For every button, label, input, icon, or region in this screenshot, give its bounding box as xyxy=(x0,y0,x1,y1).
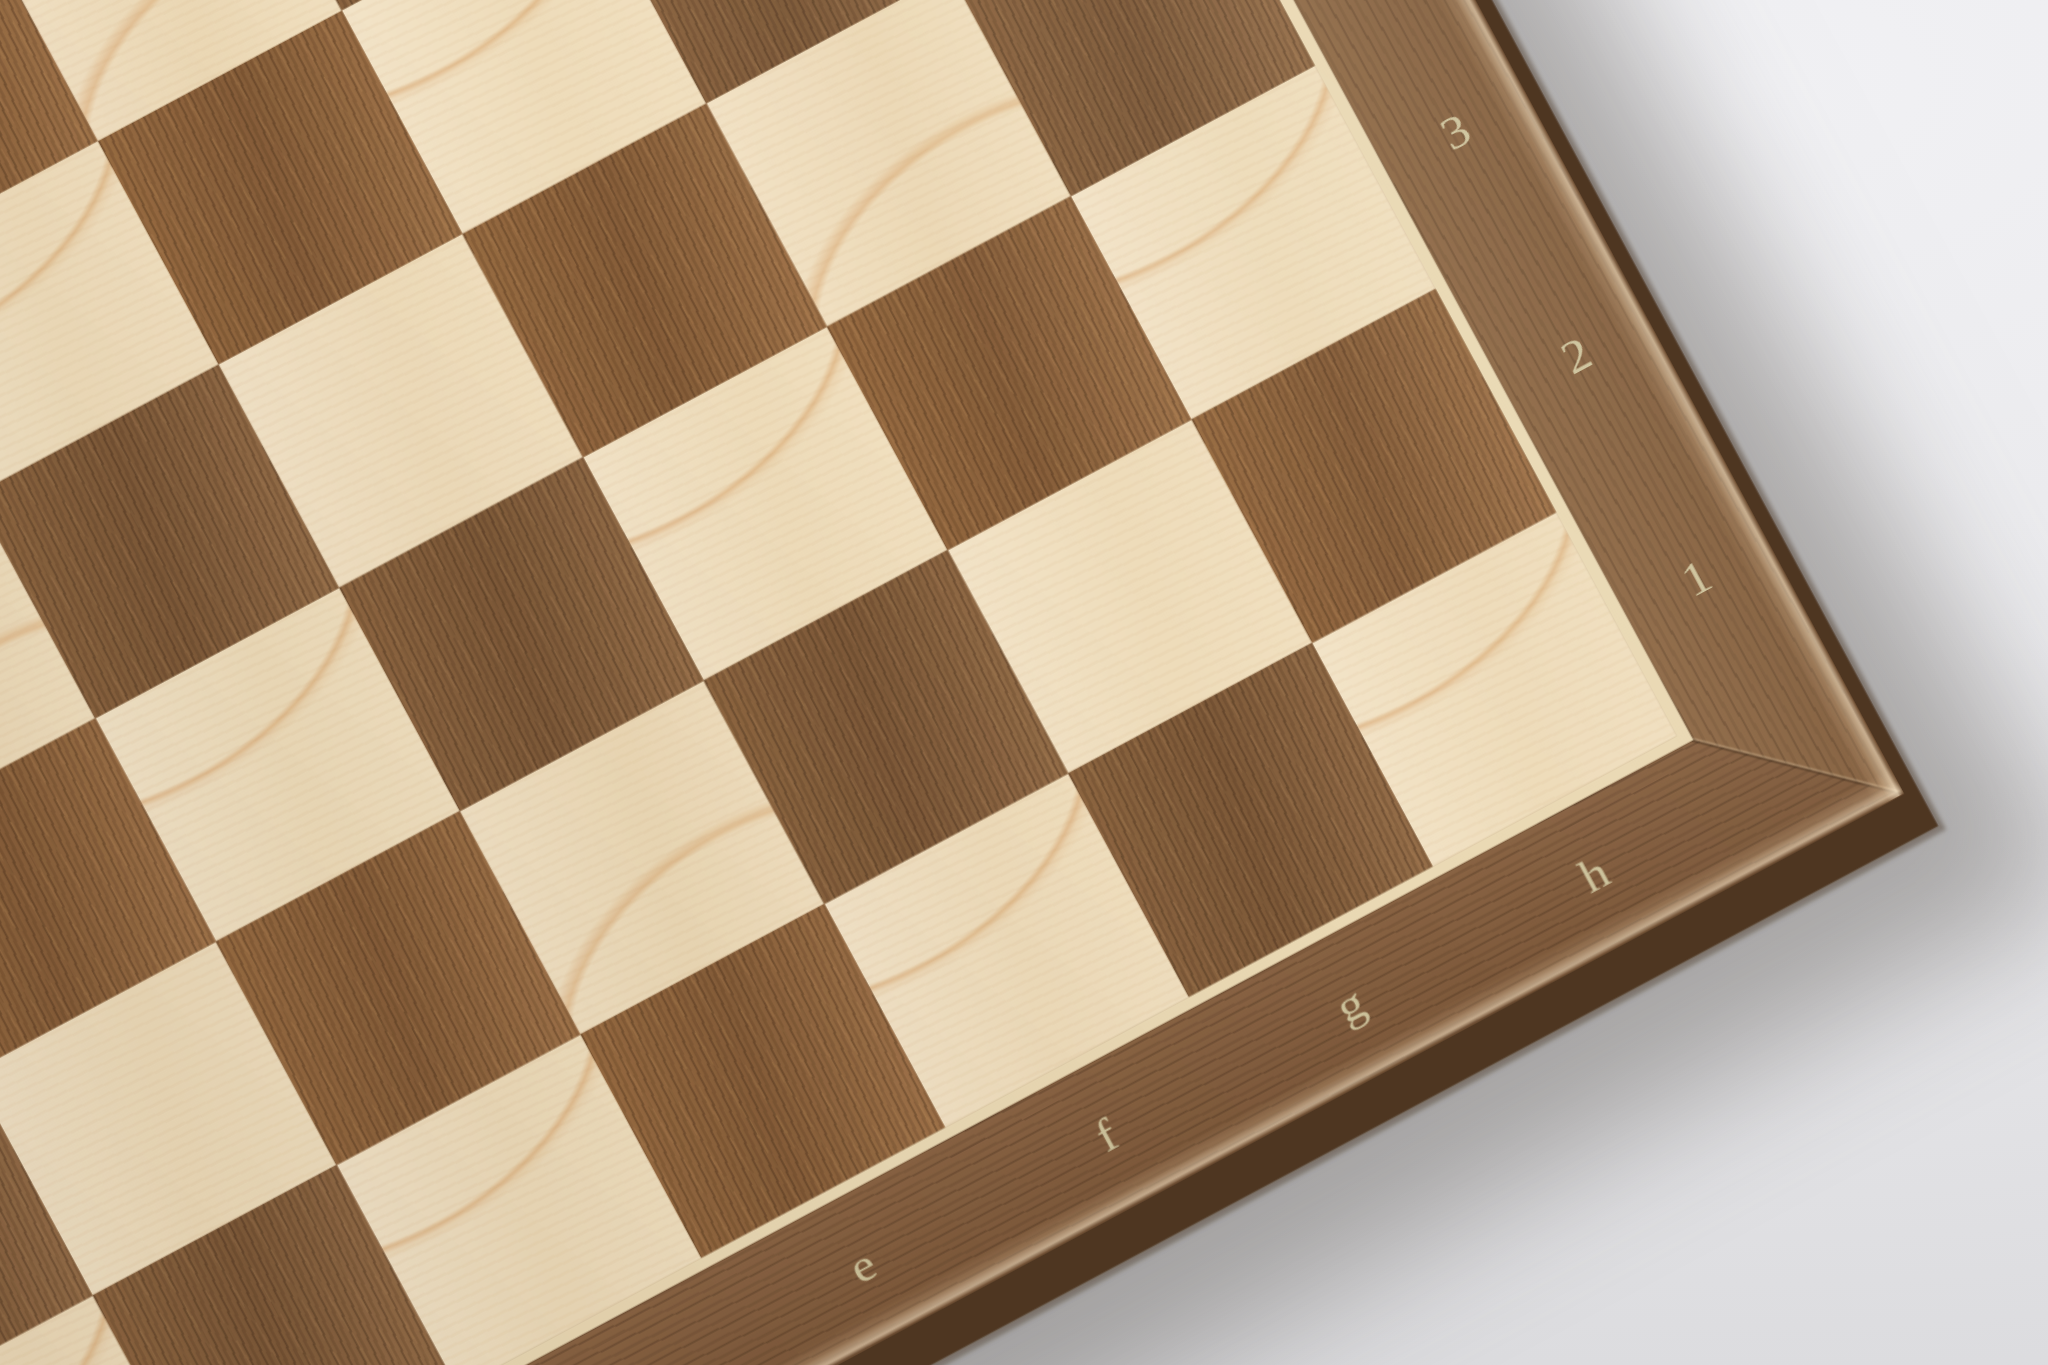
chessboard: abcdefgh12345678 xyxy=(0,0,1904,1365)
board-photo-scene: abcdefgh12345678 xyxy=(0,0,2048,1365)
